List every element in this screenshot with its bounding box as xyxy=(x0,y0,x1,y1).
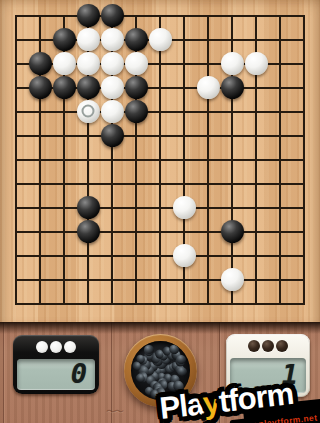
white-stone xyxy=(173,196,196,219)
white-stone xyxy=(125,52,148,75)
board-edge-shadow xyxy=(0,322,320,334)
grid-line-horizontal xyxy=(15,159,305,161)
white-stone xyxy=(101,28,124,51)
go-board[interactable] xyxy=(0,0,320,324)
black-stone xyxy=(125,76,148,99)
white-captures-value: 0 xyxy=(71,360,95,389)
wood-emboss-mark: 〜〜 xyxy=(106,405,122,419)
black-stone xyxy=(77,196,100,219)
grid-line-vertical xyxy=(207,15,209,305)
black-stone xyxy=(221,76,244,99)
black-stone xyxy=(53,28,76,51)
black-stone xyxy=(77,76,100,99)
black-stone xyxy=(29,76,52,99)
black-stone xyxy=(53,76,76,99)
black-stone xyxy=(125,28,148,51)
grid-line-horizontal xyxy=(15,207,305,209)
grid-line-horizontal xyxy=(15,231,305,233)
black-stone xyxy=(29,52,52,75)
white-stone xyxy=(149,28,172,51)
bowl-black-stone xyxy=(144,344,155,354)
black-stone-dot-icon xyxy=(276,340,288,352)
white-stone xyxy=(245,52,268,75)
black-stone-dot-icon xyxy=(262,340,274,352)
white-stone xyxy=(221,268,244,291)
white-captures-counter: 0 xyxy=(13,335,99,394)
white-stone-dot-icon xyxy=(36,341,48,353)
white-stone-dot-icon xyxy=(64,341,76,353)
white-stone xyxy=(53,52,76,75)
white-stone xyxy=(77,100,100,123)
white-stone xyxy=(77,28,100,51)
white-stone xyxy=(221,52,244,75)
white-captures-display: 0 xyxy=(17,359,95,390)
black-stone xyxy=(77,220,100,243)
grid-line-vertical xyxy=(303,15,305,305)
white-stone xyxy=(101,76,124,99)
black-stone-dot-icon xyxy=(248,340,260,352)
white-stone-dot-icon xyxy=(50,341,62,353)
black-stone xyxy=(221,220,244,243)
last-move-marker xyxy=(82,105,95,118)
black-stone xyxy=(101,4,124,27)
white-counter-band xyxy=(13,335,99,358)
grid-line-horizontal xyxy=(15,279,305,281)
grid-line-horizontal xyxy=(15,183,305,185)
white-stone xyxy=(197,76,220,99)
black-stone xyxy=(125,100,148,123)
black-stone xyxy=(77,4,100,27)
go-app-screen: 〜〜 0 1 Playtform www.playtform.net xyxy=(0,0,320,423)
white-stone xyxy=(173,244,196,267)
grid-line-vertical xyxy=(279,15,281,305)
white-stone xyxy=(101,52,124,75)
grid-line-horizontal xyxy=(15,303,305,305)
grid-line-horizontal xyxy=(15,255,305,257)
black-counter-band xyxy=(226,334,310,357)
white-stone xyxy=(77,52,100,75)
black-stone xyxy=(101,124,124,147)
white-stone xyxy=(101,100,124,123)
